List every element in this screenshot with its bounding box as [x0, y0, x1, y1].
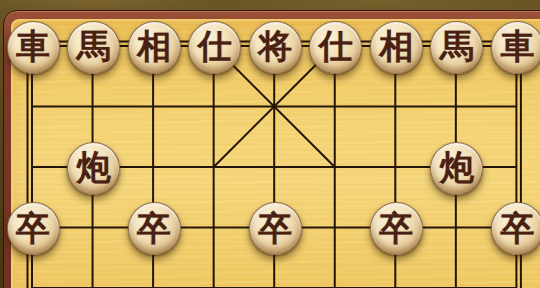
piece-glyph: 車 [500, 29, 534, 63]
piece-soldier[interactable]: 卒 [491, 202, 540, 255]
piece-soldier[interactable]: 卒 [7, 202, 60, 255]
piece-glyph: 馬 [440, 29, 474, 63]
piece-soldier[interactable]: 卒 [128, 202, 181, 255]
piece-chariot[interactable]: 車 [7, 21, 60, 74]
piece-general[interactable]: 将 [249, 21, 302, 74]
piece-glyph: 卒 [16, 211, 50, 245]
piece-glyph: 車 [16, 29, 50, 63]
piece-horse[interactable]: 馬 [67, 21, 120, 74]
piece-glyph: 炮 [440, 150, 474, 184]
piece-soldier[interactable]: 卒 [249, 202, 302, 255]
piece-glyph: 卒 [500, 211, 534, 245]
piece-advisor[interactable]: 仕 [309, 21, 362, 74]
piece-glyph: 卒 [379, 211, 413, 245]
piece-glyph: 卒 [258, 211, 292, 245]
piece-chariot[interactable]: 車 [491, 21, 540, 74]
piece-soldier[interactable]: 卒 [370, 202, 423, 255]
piece-glyph: 仕 [198, 29, 232, 63]
piece-glyph: 相 [379, 29, 413, 63]
piece-glyph: 炮 [77, 150, 111, 184]
piece-glyph: 仕 [319, 29, 353, 63]
piece-elephant[interactable]: 相 [128, 21, 181, 74]
piece-cannon[interactable]: 炮 [67, 142, 120, 195]
piece-glyph: 相 [137, 29, 171, 63]
piece-horse[interactable]: 馬 [430, 21, 483, 74]
piece-glyph: 馬 [77, 29, 111, 63]
piece-elephant[interactable]: 相 [370, 21, 423, 74]
piece-glyph: 将 [258, 29, 292, 63]
piece-advisor[interactable]: 仕 [188, 21, 241, 74]
piece-glyph: 卒 [137, 211, 171, 245]
xiangqi-app-view: 車馬相仕将仕相馬車炮炮卒卒卒卒卒 [0, 0, 540, 288]
piece-cannon[interactable]: 炮 [430, 142, 483, 195]
